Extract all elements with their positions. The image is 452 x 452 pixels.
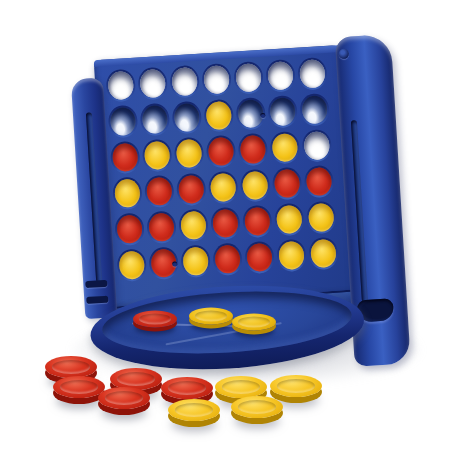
yellow-disc-on-table [270,375,322,397]
loose-disc-layer [0,0,452,452]
red-disc-on-table [161,377,213,399]
photo-scene [0,0,452,452]
red-disc-on-table [53,376,105,398]
yellow-disc-on-tray [189,308,233,325]
red-disc-on-table [45,356,97,378]
yellow-disc-on-tray [232,314,276,331]
yellow-disc-on-table [231,396,283,418]
red-disc-on-tray [133,311,177,328]
red-disc-on-table [98,387,150,409]
yellow-disc-on-table [215,376,267,398]
yellow-disc-on-table [168,399,220,421]
